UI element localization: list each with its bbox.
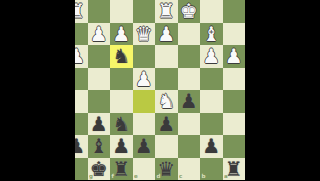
- square-g2[interactable]: ♟: [88, 23, 111, 46]
- piece-white-pawn[interactable]: ♟: [155, 23, 178, 46]
- square-a8[interactable]: ♜a: [223, 158, 246, 181]
- piece-white-pawn[interactable]: ♟: [110, 23, 133, 46]
- square-b8[interactable]: b: [200, 158, 223, 181]
- square-g1[interactable]: [88, 0, 111, 23]
- square-d7[interactable]: [155, 135, 178, 158]
- piece-white-bishop[interactable]: ♝: [200, 23, 223, 46]
- piece-white-pawn[interactable]: ♟: [88, 23, 111, 46]
- square-g4[interactable]: [88, 68, 111, 91]
- piece-black-pawn[interactable]: ♟: [88, 113, 111, 136]
- square-a1[interactable]: [223, 0, 246, 23]
- square-c4[interactable]: [178, 68, 201, 91]
- square-b7[interactable]: ♟: [200, 135, 223, 158]
- square-e5[interactable]: [133, 90, 156, 113]
- square-e7[interactable]: ♟: [133, 135, 156, 158]
- square-c8[interactable]: c: [178, 158, 201, 181]
- piece-black-queen[interactable]: ♛: [155, 158, 178, 181]
- square-e8[interactable]: e: [133, 158, 156, 181]
- piece-black-pawn[interactable]: ♟: [178, 90, 201, 113]
- square-a7[interactable]: [223, 135, 246, 158]
- square-f2[interactable]: ♟: [110, 23, 133, 46]
- square-d6[interactable]: ♟: [155, 113, 178, 136]
- square-b6[interactable]: [200, 113, 223, 136]
- square-d2[interactable]: ♟: [155, 23, 178, 46]
- piece-black-pawn[interactable]: ♟: [110, 135, 133, 158]
- square-b5[interactable]: [200, 90, 223, 113]
- square-f5[interactable]: [110, 90, 133, 113]
- piece-black-king[interactable]: ♚: [88, 158, 111, 181]
- square-c6[interactable]: [178, 113, 201, 136]
- square-c7[interactable]: [178, 135, 201, 158]
- file-letter-e: e: [134, 174, 138, 180]
- piece-black-bishop[interactable]: ♝: [88, 135, 111, 158]
- square-g5[interactable]: [88, 90, 111, 113]
- square-c3[interactable]: [178, 45, 201, 68]
- square-g6[interactable]: ♟: [88, 113, 111, 136]
- square-a5[interactable]: [223, 90, 246, 113]
- square-d4[interactable]: [155, 68, 178, 91]
- square-g7[interactable]: ♝: [88, 135, 111, 158]
- piece-white-pawn[interactable]: ♟: [200, 45, 223, 68]
- piece-white-pawn[interactable]: ♟: [133, 68, 156, 91]
- square-f4[interactable]: [110, 68, 133, 91]
- square-e6[interactable]: [133, 113, 156, 136]
- square-d5[interactable]: ♞: [155, 90, 178, 113]
- square-b3[interactable]: ♟: [200, 45, 223, 68]
- piece-white-queen[interactable]: ♛: [133, 23, 156, 46]
- square-e2[interactable]: ♛: [133, 23, 156, 46]
- piece-black-knight[interactable]: ♞: [110, 113, 133, 136]
- left-letterbox-bar: [0, 0, 75, 180]
- square-c1[interactable]: ♚: [178, 0, 201, 23]
- square-f3[interactable]: ♞: [110, 45, 133, 68]
- piece-white-king[interactable]: ♚: [178, 0, 201, 23]
- square-d1[interactable]: ♜: [155, 0, 178, 23]
- square-f6[interactable]: ♞: [110, 113, 133, 136]
- square-g8[interactable]: ♚g: [88, 158, 111, 181]
- square-a3[interactable]: ♟: [223, 45, 246, 68]
- chess-board: ♜♜♚♟♟♛♟♝♟♞♟♟♟♞♟♟♞♟♟♝♟♟♟h♚g♜fe♛dcb♜a: [65, 0, 245, 180]
- square-d8[interactable]: ♛d: [155, 158, 178, 181]
- piece-white-pawn[interactable]: ♟: [223, 45, 246, 68]
- square-b2[interactable]: ♝: [200, 23, 223, 46]
- square-e1[interactable]: [133, 0, 156, 23]
- piece-black-pawn[interactable]: ♟: [155, 113, 178, 136]
- piece-black-rook[interactable]: ♜: [223, 158, 246, 181]
- square-b1[interactable]: [200, 0, 223, 23]
- piece-white-knight[interactable]: ♞: [155, 90, 178, 113]
- square-a6[interactable]: [223, 113, 246, 136]
- square-d3[interactable]: [155, 45, 178, 68]
- square-e3[interactable]: [133, 45, 156, 68]
- square-b4[interactable]: [200, 68, 223, 91]
- square-e4[interactable]: ♟: [133, 68, 156, 91]
- piece-black-pawn[interactable]: ♟: [200, 135, 223, 158]
- piece-black-knight[interactable]: ♞: [110, 45, 133, 68]
- piece-black-pawn[interactable]: ♟: [133, 135, 156, 158]
- video-frame: ♜♜♚♟♟♛♟♝♟♞♟♟♟♞♟♟♞♟♟♝♟♟♟h♚g♜fe♛dcb♜a: [0, 0, 320, 180]
- file-letter-c: c: [179, 174, 182, 180]
- piece-black-rook[interactable]: ♜: [110, 158, 133, 181]
- square-f1[interactable]: [110, 0, 133, 23]
- square-f8[interactable]: ♜f: [110, 158, 133, 181]
- square-f7[interactable]: ♟: [110, 135, 133, 158]
- square-c2[interactable]: [178, 23, 201, 46]
- right-letterbox-bar: [245, 0, 320, 180]
- square-a4[interactable]: [223, 68, 246, 91]
- file-letter-b: b: [202, 174, 206, 180]
- square-c5[interactable]: ♟: [178, 90, 201, 113]
- square-g3[interactable]: [88, 45, 111, 68]
- piece-white-rook[interactable]: ♜: [155, 0, 178, 23]
- square-a2[interactable]: [223, 23, 246, 46]
